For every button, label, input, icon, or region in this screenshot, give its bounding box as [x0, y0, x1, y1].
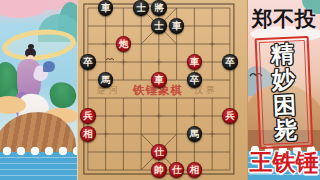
badge-text: 精 妙 困 毙 — [257, 38, 312, 147]
left-scene-illustration — [0, 0, 77, 180]
piece-black-卒[interactable]: 卒 — [222, 54, 238, 70]
piece-red-兵[interactable]: 兵 — [80, 108, 96, 124]
piece-black-卒[interactable]: 卒 — [80, 54, 96, 70]
piece-red-相[interactable]: 相 — [80, 126, 96, 142]
badge-char: 困 — [259, 91, 310, 119]
piece-red-帥[interactable]: 帥 — [151, 162, 167, 178]
result-badge: 精 妙 困 毙 — [255, 36, 314, 149]
badge-char: 毙 — [260, 117, 311, 145]
piece-black-馬[interactable]: 馬 — [187, 126, 203, 142]
video-thumbnail[interactable]: 楚河 汉界 铁锤象棋 車士將士車卒卒馬卒馬炮車車兵兵相仕帥仕相 郑不投 精 妙 … — [0, 0, 320, 180]
piece-red-相[interactable]: 相 — [187, 162, 203, 178]
piece-red-兵[interactable]: 兵 — [222, 108, 238, 124]
right-panel: 郑不投 精 妙 困 毙 王铁锤 — [248, 0, 320, 180]
board-grid: 楚河 汉界 铁锤象棋 車士將士車卒卒馬卒馬炮車車兵兵相仕帥仕相 — [79, 0, 239, 180]
piece-red-仕[interactable]: 仕 — [151, 144, 167, 160]
piece-red-炮[interactable]: 炮 — [116, 36, 132, 52]
piece-red-仕[interactable]: 仕 — [169, 162, 185, 178]
player-name-top: 郑不投 — [248, 5, 320, 33]
piece-red-車[interactable]: 車 — [187, 54, 203, 70]
piece-black-車[interactable]: 車 — [169, 18, 185, 34]
piece-black-馬[interactable]: 馬 — [98, 72, 114, 88]
xiangqi-board: 楚河 汉界 铁锤象棋 車士將士車卒卒馬卒馬炮車車兵兵相仕帥仕相 — [77, 0, 248, 180]
badge-char: 妙 — [258, 66, 309, 94]
wave-foam — [0, 147, 77, 156]
piece-red-車[interactable]: 車 — [151, 72, 167, 88]
badge-char: 精 — [257, 40, 308, 68]
lotus-fan — [43, 61, 55, 72]
player-name-bottom: 王铁锤 — [248, 147, 320, 178]
piece-black-卒[interactable]: 卒 — [187, 72, 203, 88]
piece-black-士[interactable]: 士 — [133, 0, 149, 16]
piece-black-車[interactable]: 車 — [98, 0, 114, 16]
pieces-layer: 車士將士車卒卒馬卒馬炮車車兵兵相仕帥仕相 — [79, 0, 239, 180]
sea-water — [0, 152, 77, 180]
piece-black-將[interactable]: 將 — [151, 0, 167, 16]
piece-black-士[interactable]: 士 — [151, 18, 167, 34]
